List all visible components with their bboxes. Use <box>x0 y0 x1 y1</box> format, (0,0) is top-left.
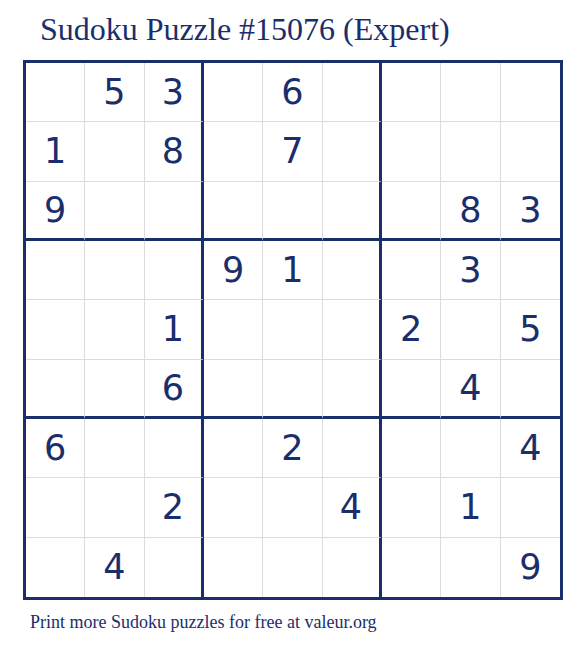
cell-r2c9[interactable] <box>501 122 560 181</box>
cell-r9c5[interactable] <box>263 538 322 597</box>
cell-r2c7[interactable] <box>382 122 441 181</box>
cell-r5c6[interactable] <box>323 300 382 359</box>
cell-r8c5[interactable] <box>263 478 322 537</box>
cell-r7c5[interactable]: 2 <box>263 419 322 478</box>
cell-r2c2[interactable] <box>85 122 144 181</box>
cell-r8c6[interactable]: 4 <box>323 478 382 537</box>
cell-r6c7[interactable] <box>382 360 441 419</box>
cell-r3c9[interactable]: 3 <box>501 182 560 241</box>
cell-r2c5[interactable]: 7 <box>263 122 322 181</box>
cell-r1c1[interactable] <box>26 63 85 122</box>
cell-r4c8[interactable]: 3 <box>441 241 500 300</box>
cell-r5c2[interactable] <box>85 300 144 359</box>
cell-r1c2[interactable]: 5 <box>85 63 144 122</box>
cell-r2c1[interactable]: 1 <box>26 122 85 181</box>
cell-r3c4[interactable] <box>204 182 263 241</box>
cell-r3c3[interactable] <box>145 182 204 241</box>
cell-r3c8[interactable]: 8 <box>441 182 500 241</box>
cell-r6c1[interactable] <box>26 360 85 419</box>
cell-r6c9[interactable] <box>501 360 560 419</box>
cell-r9c7[interactable] <box>382 538 441 597</box>
cell-r1c9[interactable] <box>501 63 560 122</box>
cell-r5c3[interactable]: 1 <box>145 300 204 359</box>
page-title: Sudoku Puzzle #15076 (Expert) <box>40 10 450 48</box>
cell-r7c6[interactable] <box>323 419 382 478</box>
cell-r7c2[interactable] <box>85 419 144 478</box>
cell-r9c9[interactable]: 9 <box>501 538 560 597</box>
cell-r7c1[interactable]: 6 <box>26 419 85 478</box>
cell-r9c3[interactable] <box>145 538 204 597</box>
cell-r4c1[interactable] <box>26 241 85 300</box>
cell-r7c9[interactable]: 4 <box>501 419 560 478</box>
cell-r7c7[interactable] <box>382 419 441 478</box>
cell-r5c4[interactable] <box>204 300 263 359</box>
cell-r5c8[interactable] <box>441 300 500 359</box>
cell-r9c8[interactable] <box>441 538 500 597</box>
cell-r3c2[interactable] <box>85 182 144 241</box>
cell-r3c7[interactable] <box>382 182 441 241</box>
cell-r1c4[interactable] <box>204 63 263 122</box>
cell-r3c6[interactable] <box>323 182 382 241</box>
cell-r6c5[interactable] <box>263 360 322 419</box>
cell-r9c2[interactable]: 4 <box>85 538 144 597</box>
cell-r8c7[interactable] <box>382 478 441 537</box>
cell-r8c8[interactable]: 1 <box>441 478 500 537</box>
cell-r7c8[interactable] <box>441 419 500 478</box>
cell-r4c3[interactable] <box>145 241 204 300</box>
cell-r6c6[interactable] <box>323 360 382 419</box>
cell-r4c4[interactable]: 9 <box>204 241 263 300</box>
cell-r6c2[interactable] <box>85 360 144 419</box>
cell-r6c4[interactable] <box>204 360 263 419</box>
cell-r3c1[interactable]: 9 <box>26 182 85 241</box>
cell-r5c7[interactable]: 2 <box>382 300 441 359</box>
cell-r1c8[interactable] <box>441 63 500 122</box>
cell-r2c3[interactable]: 8 <box>145 122 204 181</box>
cell-r1c6[interactable] <box>323 63 382 122</box>
cell-r4c6[interactable] <box>323 241 382 300</box>
cell-r1c7[interactable] <box>382 63 441 122</box>
cell-r6c3[interactable]: 6 <box>145 360 204 419</box>
cell-r1c3[interactable]: 3 <box>145 63 204 122</box>
cell-r8c3[interactable]: 2 <box>145 478 204 537</box>
cell-r6c8[interactable]: 4 <box>441 360 500 419</box>
cell-r4c9[interactable] <box>501 241 560 300</box>
cell-r4c7[interactable] <box>382 241 441 300</box>
cell-r9c4[interactable] <box>204 538 263 597</box>
cell-r5c9[interactable]: 5 <box>501 300 560 359</box>
cell-r3c5[interactable] <box>263 182 322 241</box>
cell-r2c6[interactable] <box>323 122 382 181</box>
sudoku-board: 5361879839131256462424149 <box>23 60 563 600</box>
cell-r7c4[interactable] <box>204 419 263 478</box>
cell-r8c2[interactable] <box>85 478 144 537</box>
cell-r9c1[interactable] <box>26 538 85 597</box>
cell-r9c6[interactable] <box>323 538 382 597</box>
cell-r4c2[interactable] <box>85 241 144 300</box>
footer-text: Print more Sudoku puzzles for free at va… <box>30 611 377 633</box>
cell-r4c5[interactable]: 1 <box>263 241 322 300</box>
cell-r7c3[interactable] <box>145 419 204 478</box>
cell-r8c1[interactable] <box>26 478 85 537</box>
cell-r2c4[interactable] <box>204 122 263 181</box>
cell-r5c1[interactable] <box>26 300 85 359</box>
cell-r8c9[interactable] <box>501 478 560 537</box>
cell-r5c5[interactable] <box>263 300 322 359</box>
cell-r1c5[interactable]: 6 <box>263 63 322 122</box>
cell-r8c4[interactable] <box>204 478 263 537</box>
cell-r2c8[interactable] <box>441 122 500 181</box>
